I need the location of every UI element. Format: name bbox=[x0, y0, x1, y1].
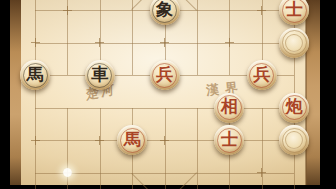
piece-red-炮[interactable]: 炮 bbox=[279, 93, 309, 123]
piece-red-兵[interactable]: 兵 bbox=[247, 60, 277, 90]
piece-black-象[interactable]: 象 bbox=[150, 0, 180, 25]
piece-red-兵[interactable]: 兵 bbox=[150, 60, 180, 90]
piece-character: 象 bbox=[156, 1, 173, 18]
piece-character: 士 bbox=[286, 1, 303, 18]
piece-hidden-facedown[interactable] bbox=[279, 28, 309, 58]
piece-character: 士 bbox=[221, 131, 238, 148]
piece-black-車[interactable]: 車 bbox=[85, 60, 115, 90]
piece-character: 車 bbox=[91, 66, 108, 83]
piece-red-馬[interactable]: 馬 bbox=[117, 125, 147, 155]
piece-character: 相 bbox=[221, 98, 238, 115]
xiangqi-app-screen: 楚河 漢界 象士馬車兵兵相炮馬士 bbox=[0, 0, 336, 189]
piece-character: 馬 bbox=[124, 131, 141, 148]
piece-character: 兵 bbox=[253, 66, 270, 83]
pieces-layer: 象士馬車兵兵相炮馬士 bbox=[0, 0, 336, 189]
piece-black-馬[interactable]: 馬 bbox=[20, 60, 50, 90]
piece-hidden-facedown[interactable] bbox=[279, 125, 309, 155]
piece-character: 馬 bbox=[27, 66, 44, 83]
piece-character: 炮 bbox=[286, 98, 303, 115]
piece-red-士[interactable]: 士 bbox=[214, 125, 244, 155]
piece-character: 兵 bbox=[156, 66, 173, 83]
piece-red-相[interactable]: 相 bbox=[214, 93, 244, 123]
piece-red-士[interactable]: 士 bbox=[279, 0, 309, 25]
